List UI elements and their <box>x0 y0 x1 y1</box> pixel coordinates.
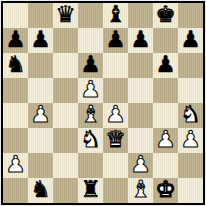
white-king-g1: ♚ <box>155 178 176 202</box>
square-g8[interactable]: ♚ <box>153 3 178 28</box>
square-a4[interactable] <box>3 103 28 128</box>
square-h7[interactable]: ♟ <box>178 28 203 53</box>
board-border: ♛♝♚♟♟♟♟♟♞♟♟♟♟♝♟♞♞♛♟♟♟♟♞♜♝♚ <box>1 1 205 205</box>
black-pawn-e7: ♟ <box>105 28 126 52</box>
square-f1[interactable]: ♝ <box>128 178 153 203</box>
square-e6[interactable] <box>103 53 128 78</box>
chess-diagram-frame: ♛♝♚♟♟♟♟♟♞♟♟♟♟♝♟♞♞♛♟♟♟♟♞♜♝♚ <box>0 0 206 206</box>
white-bishop-f1: ♝ <box>130 178 151 202</box>
square-f8[interactable] <box>128 3 153 28</box>
square-f7[interactable]: ♟ <box>128 28 153 53</box>
white-pawn-h3: ♟ <box>180 128 201 152</box>
square-h6[interactable] <box>178 53 203 78</box>
square-g1[interactable]: ♚ <box>153 178 178 203</box>
square-e7[interactable]: ♟ <box>103 28 128 53</box>
square-b2[interactable] <box>28 153 53 178</box>
square-a8[interactable] <box>3 3 28 28</box>
square-c2[interactable] <box>53 153 78 178</box>
square-f2[interactable]: ♟ <box>128 153 153 178</box>
black-pawn-a7: ♟ <box>5 28 26 52</box>
square-a3[interactable] <box>3 128 28 153</box>
white-pawn-f2: ♟ <box>130 153 151 177</box>
square-c5[interactable] <box>53 78 78 103</box>
square-b3[interactable] <box>28 128 53 153</box>
square-b4[interactable]: ♟ <box>28 103 53 128</box>
square-d1[interactable]: ♜ <box>78 178 103 203</box>
black-knight-a6: ♞ <box>5 53 26 77</box>
square-a2[interactable]: ♟ <box>3 153 28 178</box>
square-f5[interactable] <box>128 78 153 103</box>
black-knight-b1: ♞ <box>30 178 51 202</box>
square-e4[interactable]: ♟ <box>103 103 128 128</box>
black-rook-d1: ♜ <box>80 178 101 202</box>
chess-board: ♛♝♚♟♟♟♟♟♞♟♟♟♟♝♟♞♞♛♟♟♟♟♞♜♝♚ <box>3 3 203 203</box>
square-e5[interactable] <box>103 78 128 103</box>
square-h8[interactable] <box>178 3 203 28</box>
black-bishop-e8: ♝ <box>105 3 126 27</box>
square-h3[interactable]: ♟ <box>178 128 203 153</box>
square-c4[interactable] <box>53 103 78 128</box>
square-h5[interactable] <box>178 78 203 103</box>
white-pawn-d5: ♟ <box>80 78 101 102</box>
square-b7[interactable]: ♟ <box>28 28 53 53</box>
square-g3[interactable]: ♟ <box>153 128 178 153</box>
square-c7[interactable] <box>53 28 78 53</box>
square-d3[interactable]: ♞ <box>78 128 103 153</box>
white-bishop-d4: ♝ <box>80 103 101 127</box>
square-g4[interactable] <box>153 103 178 128</box>
square-a5[interactable] <box>3 78 28 103</box>
square-e3[interactable]: ♛ <box>103 128 128 153</box>
square-f6[interactable] <box>128 53 153 78</box>
white-pawn-e4: ♟ <box>105 103 126 127</box>
square-e1[interactable] <box>103 178 128 203</box>
black-pawn-b7: ♟ <box>30 28 51 52</box>
square-c1[interactable] <box>53 178 78 203</box>
square-h2[interactable] <box>178 153 203 178</box>
square-g7[interactable] <box>153 28 178 53</box>
black-pawn-h7: ♟ <box>180 28 201 52</box>
white-knight-h4: ♞ <box>180 103 201 127</box>
square-h1[interactable] <box>178 178 203 203</box>
square-b8[interactable] <box>28 3 53 28</box>
black-pawn-d6: ♟ <box>80 53 101 77</box>
square-d2[interactable] <box>78 153 103 178</box>
square-c8[interactable]: ♛ <box>53 3 78 28</box>
square-h4[interactable]: ♞ <box>178 103 203 128</box>
square-f4[interactable] <box>128 103 153 128</box>
white-queen-e3: ♛ <box>105 128 126 152</box>
black-pawn-g6: ♟ <box>155 53 176 77</box>
square-d6[interactable]: ♟ <box>78 53 103 78</box>
square-d5[interactable]: ♟ <box>78 78 103 103</box>
square-g6[interactable]: ♟ <box>153 53 178 78</box>
square-a1[interactable] <box>3 178 28 203</box>
square-d8[interactable] <box>78 3 103 28</box>
white-pawn-g3: ♟ <box>155 128 176 152</box>
black-queen-c8: ♛ <box>55 3 76 27</box>
square-a6[interactable]: ♞ <box>3 53 28 78</box>
square-b6[interactable] <box>28 53 53 78</box>
white-pawn-b4: ♟ <box>30 103 51 127</box>
square-c3[interactable] <box>53 128 78 153</box>
black-king-g8: ♚ <box>155 3 176 27</box>
white-pawn-a2: ♟ <box>5 153 26 177</box>
square-c6[interactable] <box>53 53 78 78</box>
square-f3[interactable] <box>128 128 153 153</box>
square-d7[interactable] <box>78 28 103 53</box>
square-e8[interactable]: ♝ <box>103 3 128 28</box>
white-knight-d3: ♞ <box>80 128 101 152</box>
square-g2[interactable] <box>153 153 178 178</box>
square-d4[interactable]: ♝ <box>78 103 103 128</box>
square-e2[interactable] <box>103 153 128 178</box>
square-b5[interactable] <box>28 78 53 103</box>
square-a7[interactable]: ♟ <box>3 28 28 53</box>
square-g5[interactable] <box>153 78 178 103</box>
black-pawn-f7: ♟ <box>130 28 151 52</box>
square-b1[interactable]: ♞ <box>28 178 53 203</box>
